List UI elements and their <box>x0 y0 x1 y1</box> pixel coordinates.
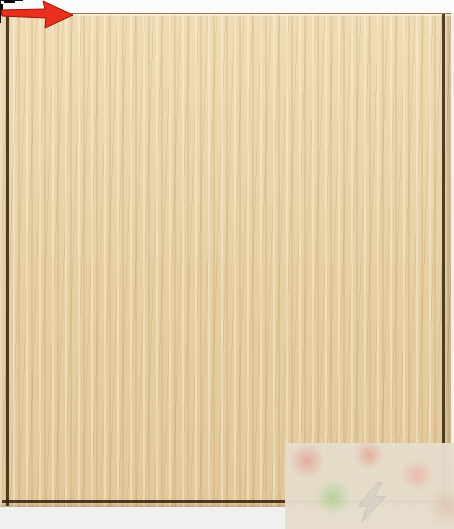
watermark-glyph-icon <box>358 482 386 522</box>
watermark-logo <box>358 482 386 522</box>
xiangqi-board-screenshot <box>0 0 454 529</box>
move-arrow-icon <box>0 0 76 30</box>
